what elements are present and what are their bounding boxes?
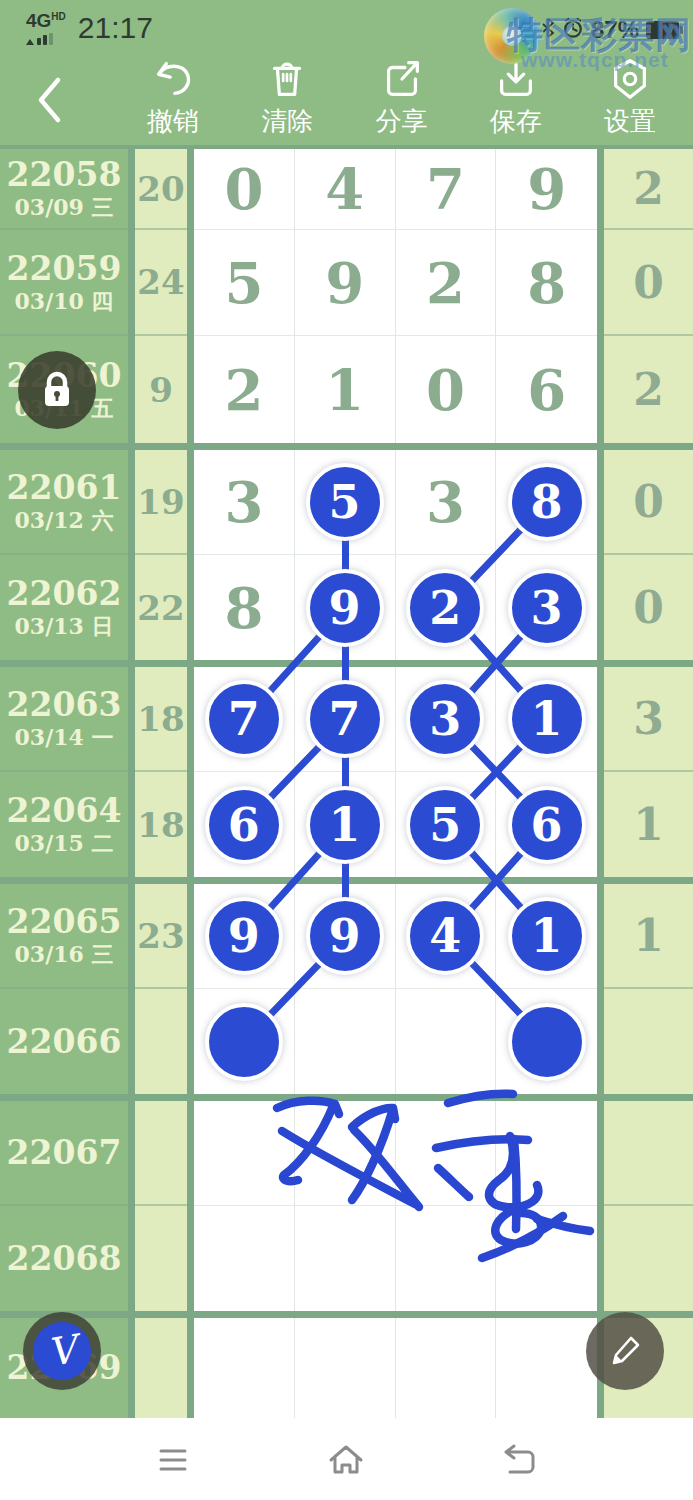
toolbar-share-button[interactable]: 分享 (347, 50, 457, 145)
issue-number: 22064 (7, 792, 122, 830)
undo-icon (150, 50, 196, 102)
status-right: 87% (541, 16, 679, 44)
lock-badge[interactable] (18, 351, 96, 429)
issue-cell: 22066 (0, 989, 128, 1094)
issue-number: 22058 (7, 156, 122, 194)
nav-home-icon[interactable] (322, 1436, 370, 1484)
digit: 6 (527, 357, 566, 423)
circle-mark: 4 (406, 897, 484, 975)
circle-mark: 3 (406, 680, 484, 758)
group-border (0, 443, 693, 450)
padlock-icon (37, 369, 77, 411)
digit-cell[interactable]: 0 (194, 149, 295, 230)
clock-time: 21:17 (78, 11, 153, 45)
digit-cell[interactable]: 8 (496, 230, 597, 336)
bluetooth-icon (541, 18, 555, 42)
digit: 0 (224, 156, 263, 222)
digit-cell[interactable]: 4 (295, 149, 396, 230)
android-nav-bar (0, 1418, 693, 1500)
digit: 7 (426, 156, 465, 222)
digit-cell[interactable]: 3 (496, 555, 597, 660)
digit-cell[interactable]: 9 (496, 149, 597, 230)
circle-mark: 8 (508, 463, 586, 541)
issue-date: 03/13 日 (15, 613, 114, 639)
issue-number: 22068 (7, 1240, 122, 1278)
toolbar-undo-button[interactable]: 撤销 (118, 50, 228, 145)
table-row: 2206403/15 二1861561 (0, 772, 693, 877)
digit-cell[interactable]: 6 (194, 772, 295, 877)
digit-cell[interactable] (396, 1318, 497, 1418)
digit-cell[interactable]: 5 (396, 772, 497, 877)
table-row: 22068 (0, 1206, 693, 1311)
circle-mark: 1 (508, 680, 586, 758)
trash-icon (264, 50, 310, 102)
circle-mark: 9 (306, 569, 384, 647)
digit-cell[interactable] (496, 1101, 597, 1206)
table-row: 22067 (0, 1101, 693, 1206)
digit-cell[interactable]: 4 (396, 884, 497, 989)
circle-mark: 3 (508, 569, 586, 647)
circle-mark: 7 (205, 680, 283, 758)
digit-cell[interactable]: 7 (396, 149, 497, 230)
digit-cell[interactable] (194, 1101, 295, 1206)
draw-mode-button[interactable] (586, 1312, 664, 1390)
digit-cell[interactable]: 5 (295, 450, 396, 555)
app-screen: 4GHD 21:17 87% 撤销清除分享保存设置 (0, 0, 693, 1500)
digit-cell[interactable]: 6 (496, 336, 597, 443)
sum-cell (135, 1101, 187, 1206)
sum-cell (135, 1318, 187, 1418)
digit: 9 (527, 156, 566, 222)
digit: 1 (325, 357, 364, 423)
issue-cell: 2206503/16 三 (0, 884, 128, 989)
digit-cell[interactable] (496, 1206, 597, 1311)
network-hd-label: HD (51, 11, 65, 22)
issue-cell: 2206103/12 六 (0, 450, 128, 555)
circle-mark: 5 (406, 786, 484, 864)
tail-cell (604, 1206, 693, 1311)
digit-cell[interactable]: 1 (295, 336, 396, 443)
sum-cell: 18 (135, 667, 187, 772)
signature-badge-inner: V (33, 1322, 91, 1380)
battery-icon (646, 21, 679, 39)
digit-cell[interactable] (496, 989, 597, 1094)
issue-cell: 2205903/10 四 (0, 230, 128, 336)
digit-cell[interactable]: 2 (396, 230, 497, 336)
tail-cell: 1 (604, 884, 693, 989)
network-type: 4G (26, 10, 51, 32)
digit: 2 (224, 357, 263, 423)
issue-cell: 2206303/14 一 (0, 667, 128, 772)
group-border (0, 1094, 693, 1101)
digit-cell[interactable]: 7 (194, 667, 295, 772)
issue-date: 03/09 三 (15, 194, 114, 220)
digit: 3 (224, 469, 263, 535)
digit-cell[interactable]: 9 (295, 230, 396, 336)
toolbar: 撤销清除分享保存设置 (0, 50, 693, 145)
pencil-icon (604, 1330, 646, 1372)
digit-cell[interactable]: 9 (295, 555, 396, 660)
digit-cell[interactable] (496, 1318, 597, 1418)
circle-mark (205, 1003, 283, 1081)
circle-mark (508, 1003, 586, 1081)
digit-cell[interactable]: 8 (194, 555, 295, 660)
table-row: 2206503/16 三2399411 (0, 884, 693, 989)
issue-cell: 2205803/09 三 (0, 149, 128, 230)
toolbar-save-button[interactable]: 保存 (461, 50, 571, 145)
table-row: 2205903/10 四2459280 (0, 230, 693, 336)
tail-cell: 3 (604, 667, 693, 772)
sum-cell: 18 (135, 772, 187, 877)
settings-icon (607, 50, 653, 102)
battery-percentage: 87% (591, 16, 639, 44)
sum-cell (135, 989, 187, 1094)
circle-mark: 6 (508, 786, 586, 864)
digit-cell[interactable]: 3 (396, 667, 497, 772)
tail-cell: 2 (604, 149, 693, 230)
issue-cell: 22067 (0, 1101, 128, 1206)
circle-mark: 5 (306, 463, 384, 541)
share-icon (379, 50, 425, 102)
digit-cell[interactable]: 1 (496, 667, 597, 772)
group-border (0, 877, 693, 884)
issue-number: 22062 (7, 575, 122, 613)
circle-mark: 1 (508, 897, 586, 975)
tail-cell: 0 (604, 555, 693, 660)
digit: 9 (325, 250, 364, 316)
table-row: 2205803/09 三2004792 (0, 149, 693, 230)
digit: 3 (426, 469, 465, 535)
nav-menu-icon[interactable] (149, 1436, 197, 1484)
toolbar-trash-button[interactable]: 清除 (232, 50, 342, 145)
group-border (0, 1311, 693, 1318)
signature-badge[interactable]: V (23, 1312, 101, 1390)
digit-cell[interactable]: 1 (496, 884, 597, 989)
sum-cell: 22 (135, 555, 187, 660)
issue-date: 03/12 六 (15, 507, 114, 533)
digit-cell[interactable]: 2 (396, 555, 497, 660)
save-icon (493, 50, 539, 102)
issue-cell: 2206403/15 二 (0, 772, 128, 877)
digit-cell[interactable] (396, 1206, 497, 1311)
issue-number: 22067 (7, 1134, 122, 1172)
digit: 2 (426, 250, 465, 316)
digit-cell[interactable] (295, 1318, 396, 1418)
table-row: 2206003/11 五921062 (0, 336, 693, 443)
digit-cell[interactable]: 9 (194, 884, 295, 989)
table-row: 2206103/12 六1935380 (0, 450, 693, 555)
tail-cell (604, 989, 693, 1094)
digit-cell[interactable]: 6 (496, 772, 597, 877)
issue-cell: 2206203/13 日 (0, 555, 128, 660)
digit: 8 (527, 250, 566, 316)
issue-date: 03/16 三 (15, 941, 114, 967)
signature-letter: V (45, 1327, 80, 1375)
circle-mark: 7 (306, 680, 384, 758)
toolbar-settings-button[interactable]: 设置 (575, 50, 685, 145)
issue-number: 22066 (7, 1023, 122, 1061)
sum-cell: 9 (135, 336, 187, 443)
tail-cell: 1 (604, 772, 693, 877)
sum-cell: 24 (135, 230, 187, 336)
digit-cell[interactable]: 3 (194, 450, 295, 555)
circle-mark: 9 (306, 897, 384, 975)
digit-cell[interactable]: 3 (396, 450, 497, 555)
status-bar: 4GHD 21:17 87% (0, 6, 693, 54)
issue-date: 03/14 一 (15, 724, 114, 750)
status-left: 4GHD 21:17 (26, 10, 153, 45)
digit-cell[interactable] (295, 1101, 396, 1206)
network-indicator: 4GHD (26, 10, 66, 45)
issue-number: 22065 (7, 903, 122, 941)
issue-cell: 22068 (0, 1206, 128, 1311)
toolbar-items: 撤销清除分享保存设置 (118, 50, 685, 145)
issue-number: 22059 (7, 250, 122, 288)
sum-cell: 19 (135, 450, 187, 555)
digit-cell[interactable] (194, 989, 295, 1094)
digit-cell[interactable]: 1 (295, 772, 396, 877)
circle-mark: 2 (406, 569, 484, 647)
circle-mark: 6 (205, 786, 283, 864)
table-row: 22066 (0, 989, 693, 1094)
alarm-clock-icon (562, 17, 584, 43)
nav-back-icon[interactable] (496, 1436, 544, 1484)
digit-cell[interactable] (194, 1318, 295, 1418)
group-border (0, 660, 693, 667)
tail-cell: 0 (604, 230, 693, 336)
signal-bars-icon (26, 33, 61, 45)
tail-cell: 0 (604, 450, 693, 555)
table-row: 2206303/14 一1877313 (0, 667, 693, 772)
digit-cell[interactable]: 7 (295, 667, 396, 772)
tail-cell (604, 1101, 693, 1206)
digit-cell[interactable] (396, 1101, 497, 1206)
digit-cell[interactable] (194, 1206, 295, 1311)
digit-cell[interactable] (396, 989, 497, 1094)
sum-cell: 23 (135, 884, 187, 989)
tail-cell: 2 (604, 336, 693, 443)
issue-date: 03/10 四 (15, 288, 114, 314)
digit-cell[interactable]: 2 (194, 336, 295, 443)
digit-cell[interactable]: 9 (295, 884, 396, 989)
digit-cell[interactable]: 8 (496, 450, 597, 555)
digit-cell[interactable]: 5 (194, 230, 295, 336)
issue-number: 22063 (7, 686, 122, 724)
table-row: 2206203/13 日2289230 (0, 555, 693, 660)
digit-cell[interactable]: 0 (396, 336, 497, 443)
issue-date: 03/15 二 (15, 830, 114, 856)
sum-cell: 20 (135, 149, 187, 230)
trend-chart-grid[interactable]: 2205803/09 三20047922205903/10 四245928022… (0, 145, 693, 1418)
digit: 8 (224, 575, 263, 641)
issue-number: 22061 (7, 469, 122, 507)
app-header: 4GHD 21:17 87% 撤销清除分享保存设置 (0, 0, 693, 145)
back-button[interactable] (28, 72, 72, 128)
digit-cell[interactable] (295, 989, 396, 1094)
digit: 0 (426, 357, 465, 423)
circle-mark: 9 (205, 897, 283, 975)
circle-mark: 1 (306, 786, 384, 864)
digit-cell[interactable] (295, 1206, 396, 1311)
digit: 5 (224, 250, 263, 316)
digit: 4 (325, 156, 364, 222)
sum-cell (135, 1206, 187, 1311)
